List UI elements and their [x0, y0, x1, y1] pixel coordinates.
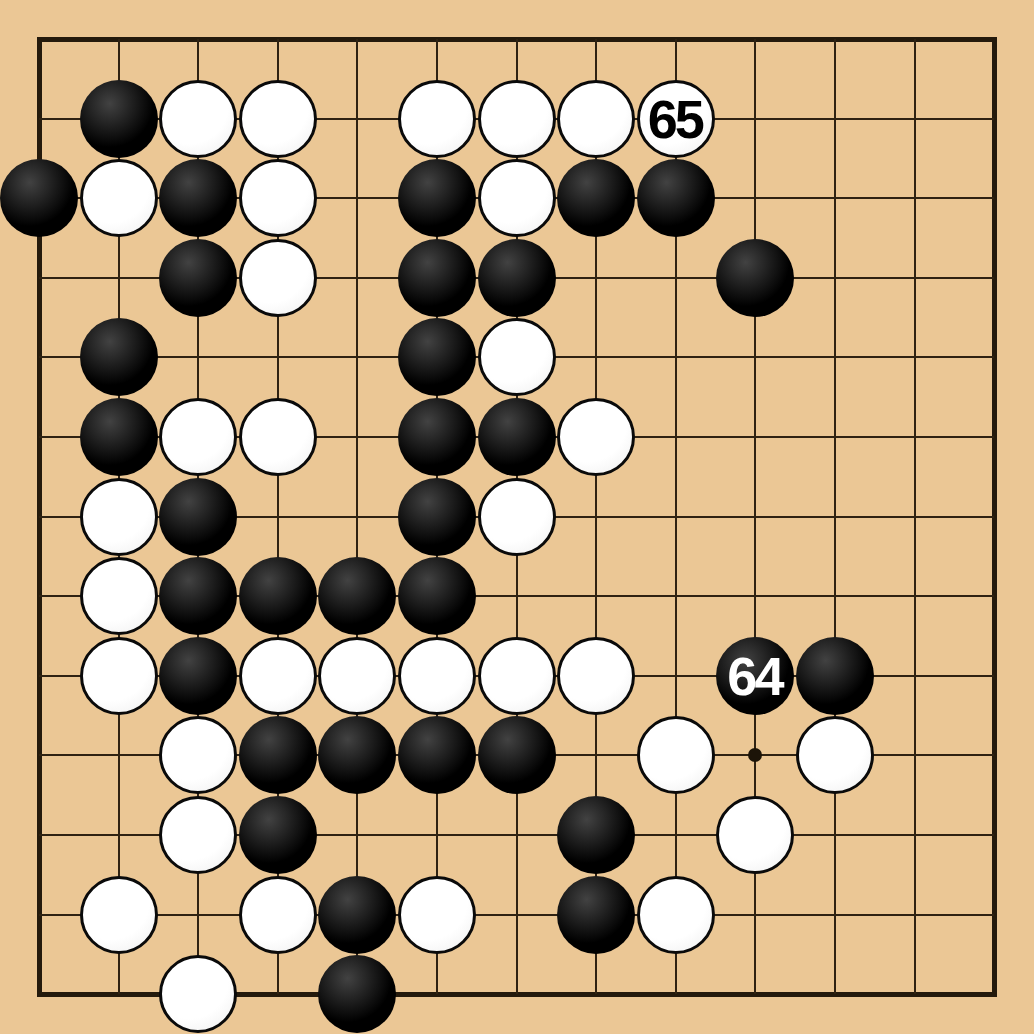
stone-white	[478, 80, 556, 158]
stone-white	[80, 159, 158, 237]
stone-black	[478, 239, 556, 317]
stone-black	[478, 398, 556, 476]
stone-black	[318, 876, 396, 954]
move-number: 65	[648, 92, 702, 146]
stone-white	[637, 876, 715, 954]
stone-black	[0, 159, 78, 237]
stone-black	[239, 716, 317, 794]
stone-black	[398, 159, 476, 237]
stone-black	[557, 876, 635, 954]
grid-line-vertical	[834, 39, 836, 994]
stone-white	[318, 637, 396, 715]
stone-black	[239, 796, 317, 874]
stone-black	[478, 716, 556, 794]
stone-white	[557, 637, 635, 715]
stone-black	[557, 796, 635, 874]
stone-white	[796, 716, 874, 794]
stone-black	[398, 557, 476, 635]
stone-black	[398, 318, 476, 396]
stone-white	[398, 876, 476, 954]
stone-black: 64	[716, 637, 794, 715]
stone-black	[80, 398, 158, 476]
stone-white	[159, 955, 237, 1033]
stone-white	[239, 159, 317, 237]
stone-black	[159, 159, 237, 237]
stone-black	[398, 239, 476, 317]
stone-black	[398, 478, 476, 556]
grid-line-vertical	[914, 39, 916, 994]
stone-black	[716, 239, 794, 317]
stone-white	[239, 637, 317, 715]
go-board[interactable]: 6564	[0, 0, 1034, 1034]
stone-white	[637, 716, 715, 794]
stone-black	[239, 557, 317, 635]
stone-white	[159, 398, 237, 476]
stone-white	[80, 637, 158, 715]
stone-white	[398, 637, 476, 715]
stone-white	[159, 80, 237, 158]
stone-white	[478, 478, 556, 556]
stone-black	[398, 398, 476, 476]
stone-white	[478, 159, 556, 237]
grid-line-horizontal	[39, 914, 994, 916]
stone-white	[80, 876, 158, 954]
stone-black	[159, 478, 237, 556]
stone-black	[159, 637, 237, 715]
stone-black	[557, 159, 635, 237]
stone-white	[557, 80, 635, 158]
stone-black	[159, 239, 237, 317]
stone-white: 65	[637, 80, 715, 158]
stone-white	[239, 398, 317, 476]
stone-black	[398, 716, 476, 794]
stone-black	[796, 637, 874, 715]
stone-white	[80, 478, 158, 556]
stone-black	[159, 557, 237, 635]
stone-white	[557, 398, 635, 476]
stone-white	[716, 796, 794, 874]
stone-black	[637, 159, 715, 237]
stone-white	[239, 80, 317, 158]
stone-black	[318, 955, 396, 1033]
stone-black	[80, 318, 158, 396]
stone-white	[80, 557, 158, 635]
stone-white	[478, 318, 556, 396]
move-number: 64	[727, 649, 781, 703]
stone-white	[239, 239, 317, 317]
stone-white	[478, 637, 556, 715]
stone-white	[398, 80, 476, 158]
stone-white	[159, 796, 237, 874]
stone-black	[80, 80, 158, 158]
stone-white	[239, 876, 317, 954]
